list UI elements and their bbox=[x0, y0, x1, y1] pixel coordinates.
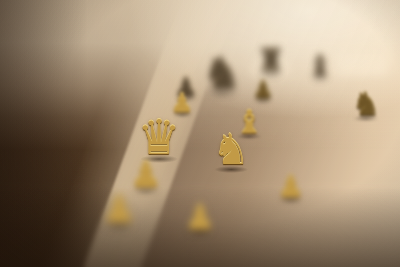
piece-h7-black-knight: ♞ bbox=[352, 88, 381, 120]
piece-e4-white-pawn: ♟ bbox=[278, 172, 305, 202]
piece-b7-black-knight: ♞ bbox=[202, 51, 241, 95]
chess-photo-scene: ♟♞♜♝♟♞♟♝♛♞♟♟♟♟ bbox=[0, 0, 400, 267]
piece-d8-black-rook: ♜ bbox=[257, 44, 286, 76]
piece-a3-white-pawn: ♟ bbox=[102, 190, 136, 228]
piece-c5-white-knight: ♞ bbox=[212, 129, 250, 171]
piece-d7-black-pawn: ♟ bbox=[252, 78, 274, 102]
piece-f8-black-bishop: ♝ bbox=[307, 52, 332, 80]
piece-c3-white-pawn: ♟ bbox=[185, 200, 215, 234]
